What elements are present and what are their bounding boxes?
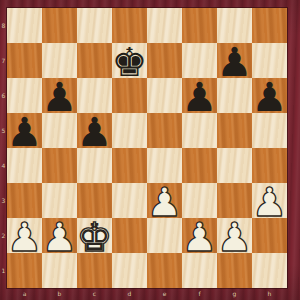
file-label-g: g <box>217 288 252 300</box>
square-h5[interactable] <box>252 113 287 148</box>
rank-label-5: 5 <box>0 113 7 148</box>
square-e2[interactable] <box>147 218 182 253</box>
square-g4[interactable] <box>217 148 252 183</box>
file-label-d: d <box>112 288 147 300</box>
file-label-a: a <box>7 288 42 300</box>
square-d3[interactable] <box>112 183 147 218</box>
piece-white-pawn-a2: ♟ <box>7 217 43 257</box>
square-d8[interactable] <box>112 8 147 43</box>
square-b2[interactable]: ♟ <box>42 218 77 253</box>
square-b6[interactable]: ♟ <box>42 78 77 113</box>
rank-label-4: 4 <box>0 148 7 183</box>
square-b8[interactable] <box>42 8 77 43</box>
piece-black-pawn-f6: ♟ <box>182 77 218 117</box>
square-f1[interactable] <box>182 253 217 288</box>
square-d5[interactable] <box>112 113 147 148</box>
rank-labels: 8 7 6 5 4 3 2 1 <box>0 8 7 288</box>
square-b5[interactable] <box>42 113 77 148</box>
piece-white-pawn-g2: ♟ <box>217 217 253 257</box>
square-b3[interactable] <box>42 183 77 218</box>
square-h1[interactable] <box>252 253 287 288</box>
file-labels: a b c d e f g h <box>7 288 287 300</box>
square-a3[interactable] <box>7 183 42 218</box>
square-a1[interactable] <box>7 253 42 288</box>
rank-label-8: 8 <box>0 8 7 43</box>
square-g7[interactable]: ♟ <box>217 43 252 78</box>
square-f7[interactable] <box>182 43 217 78</box>
square-b1[interactable] <box>42 253 77 288</box>
square-h7[interactable] <box>252 43 287 78</box>
piece-black-king-d7: ♚ <box>112 42 148 82</box>
square-f6[interactable]: ♟ <box>182 78 217 113</box>
piece-black-pawn-g7: ♟ <box>217 42 253 82</box>
square-e7[interactable] <box>147 43 182 78</box>
square-a6[interactable] <box>7 78 42 113</box>
square-f2[interactable]: ♟ <box>182 218 217 253</box>
square-d1[interactable] <box>112 253 147 288</box>
square-d6[interactable] <box>112 78 147 113</box>
square-c5[interactable]: ♟ <box>77 113 112 148</box>
square-g1[interactable] <box>217 253 252 288</box>
piece-white-king-c2: ♚ <box>77 217 113 257</box>
square-g2[interactable]: ♟ <box>217 218 252 253</box>
file-label-e: e <box>147 288 182 300</box>
file-label-b: b <box>42 288 77 300</box>
piece-white-pawn-h3: ♟ <box>252 182 288 222</box>
file-label-h: h <box>252 288 287 300</box>
piece-white-pawn-f2: ♟ <box>182 217 218 257</box>
file-label-c: c <box>77 288 112 300</box>
square-g5[interactable] <box>217 113 252 148</box>
square-g8[interactable] <box>217 8 252 43</box>
square-d2[interactable] <box>112 218 147 253</box>
square-c4[interactable] <box>77 148 112 183</box>
square-e5[interactable] <box>147 113 182 148</box>
square-b7[interactable] <box>42 43 77 78</box>
square-h8[interactable] <box>252 8 287 43</box>
piece-black-pawn-b6: ♟ <box>42 77 78 117</box>
piece-black-pawn-a5: ♟ <box>7 112 43 152</box>
square-f3[interactable] <box>182 183 217 218</box>
square-f8[interactable] <box>182 8 217 43</box>
rank-label-2: 2 <box>0 218 7 253</box>
square-a7[interactable] <box>7 43 42 78</box>
square-h2[interactable] <box>252 218 287 253</box>
file-label-f: f <box>182 288 217 300</box>
square-g3[interactable] <box>217 183 252 218</box>
square-b4[interactable] <box>42 148 77 183</box>
square-c2[interactable]: ♚ <box>77 218 112 253</box>
piece-white-pawn-e3: ♟ <box>147 182 183 222</box>
square-c7[interactable] <box>77 43 112 78</box>
square-a5[interactable]: ♟ <box>7 113 42 148</box>
square-c3[interactable] <box>77 183 112 218</box>
square-g6[interactable] <box>217 78 252 113</box>
piece-black-pawn-h6: ♟ <box>252 77 288 117</box>
square-c8[interactable] <box>77 8 112 43</box>
square-c1[interactable] <box>77 253 112 288</box>
square-f4[interactable] <box>182 148 217 183</box>
piece-white-pawn-b2: ♟ <box>42 217 78 257</box>
square-d7[interactable]: ♚ <box>112 43 147 78</box>
square-e4[interactable] <box>147 148 182 183</box>
chess-board[interactable]: ♚♟♟♟♟♟♟♟♟♟♟♚♟♟ <box>7 8 287 288</box>
rank-label-3: 3 <box>0 183 7 218</box>
square-h6[interactable]: ♟ <box>252 78 287 113</box>
square-d4[interactable] <box>112 148 147 183</box>
square-e1[interactable] <box>147 253 182 288</box>
rank-label-6: 6 <box>0 78 7 113</box>
square-f5[interactable] <box>182 113 217 148</box>
square-a8[interactable] <box>7 8 42 43</box>
rank-label-1: 1 <box>0 253 7 288</box>
square-e6[interactable] <box>147 78 182 113</box>
piece-black-pawn-c5: ♟ <box>77 112 113 152</box>
square-a2[interactable]: ♟ <box>7 218 42 253</box>
square-c6[interactable] <box>77 78 112 113</box>
square-h4[interactable] <box>252 148 287 183</box>
rank-label-7: 7 <box>0 43 7 78</box>
square-e3[interactable]: ♟ <box>147 183 182 218</box>
square-a4[interactable] <box>7 148 42 183</box>
square-e8[interactable] <box>147 8 182 43</box>
board-frame: 8 7 6 5 4 3 2 1 ♚♟♟♟♟♟♟♟♟♟♟♚♟♟ a b c d e… <box>0 0 300 300</box>
square-h3[interactable]: ♟ <box>252 183 287 218</box>
